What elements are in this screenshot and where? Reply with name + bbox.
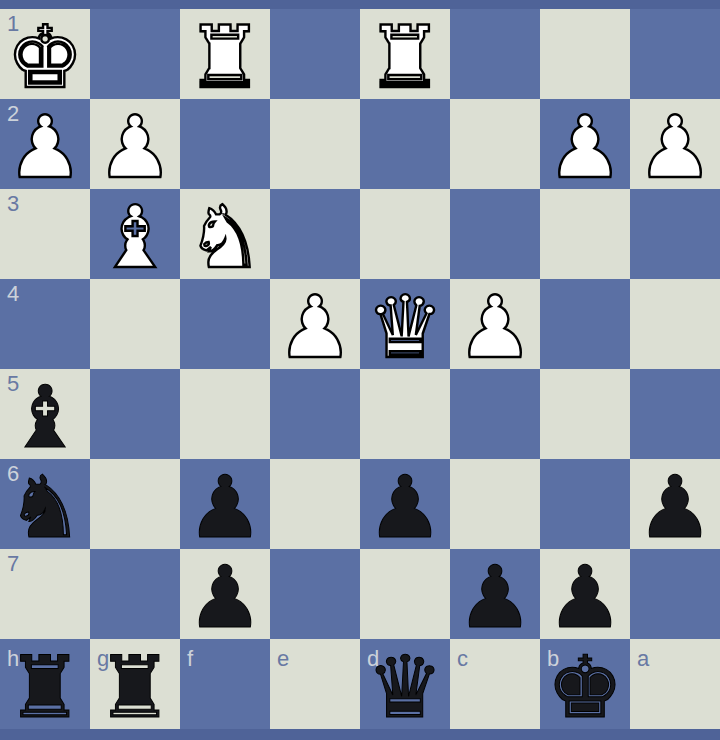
square-b4[interactable] [540, 279, 630, 369]
square-e6[interactable] [270, 459, 360, 549]
square-f3[interactable]: ♞ [180, 189, 270, 279]
square-e4[interactable]: ♟ [270, 279, 360, 369]
black-pawn-piece: ♟ [366, 462, 443, 552]
square-a6[interactable]: ♟ [630, 459, 720, 549]
white-bishop-piece: ♝ [96, 192, 173, 282]
square-e7[interactable] [270, 549, 360, 639]
white-rook-piece: ♜ [366, 12, 443, 102]
square-b1[interactable] [540, 9, 630, 99]
square-g3[interactable]: ♝ [90, 189, 180, 279]
square-b7[interactable]: ♟ [540, 549, 630, 639]
square-c8[interactable]: c [450, 639, 540, 729]
square-d3[interactable] [360, 189, 450, 279]
square-g7[interactable] [90, 549, 180, 639]
square-a7[interactable] [630, 549, 720, 639]
square-a4[interactable] [630, 279, 720, 369]
black-pawn-piece: ♟ [546, 552, 623, 642]
square-b3[interactable] [540, 189, 630, 279]
white-knight-piece: ♞ [186, 192, 263, 282]
white-pawn-piece: ♟ [276, 282, 353, 372]
square-g5[interactable] [90, 369, 180, 459]
square-f2[interactable] [180, 99, 270, 189]
black-bishop-piece: ♝ [6, 372, 83, 462]
square-h6[interactable]: 6♞ [0, 459, 90, 549]
square-g1[interactable] [90, 9, 180, 99]
square-c3[interactable] [450, 189, 540, 279]
square-e1[interactable] [270, 9, 360, 99]
square-a1[interactable] [630, 9, 720, 99]
rank-label-7: 7 [7, 553, 19, 575]
square-f4[interactable] [180, 279, 270, 369]
square-d8[interactable]: d♛ [360, 639, 450, 729]
top-frame-strip [0, 0, 720, 9]
square-f6[interactable]: ♟ [180, 459, 270, 549]
white-rook-piece: ♜ [186, 12, 263, 102]
black-pawn-piece: ♟ [186, 552, 263, 642]
square-e3[interactable] [270, 189, 360, 279]
black-pawn-piece: ♟ [456, 552, 533, 642]
square-h5[interactable]: 5♝ [0, 369, 90, 459]
square-h2[interactable]: 2♟ [0, 99, 90, 189]
white-pawn-piece: ♟ [546, 102, 623, 192]
square-d2[interactable] [360, 99, 450, 189]
square-e5[interactable] [270, 369, 360, 459]
square-h7[interactable]: 7 [0, 549, 90, 639]
square-c4[interactable]: ♟ [450, 279, 540, 369]
square-c1[interactable] [450, 9, 540, 99]
rank-label-3: 3 [7, 193, 19, 215]
rank-label-4: 4 [7, 283, 19, 305]
square-f7[interactable]: ♟ [180, 549, 270, 639]
black-pawn-piece: ♟ [186, 462, 263, 552]
chess-board: 1♚♜♜2♟♟♟♟3♝♞4♟♛♟5♝6♞♟♟♟7♟♟♟h♜g♜fed♛cb♚a [0, 9, 720, 729]
square-e2[interactable] [270, 99, 360, 189]
square-a5[interactable] [630, 369, 720, 459]
square-c5[interactable] [450, 369, 540, 459]
square-b8[interactable]: b♚ [540, 639, 630, 729]
square-c2[interactable] [450, 99, 540, 189]
square-b2[interactable]: ♟ [540, 99, 630, 189]
square-d1[interactable]: ♜ [360, 9, 450, 99]
square-h1[interactable]: 1♚ [0, 9, 90, 99]
square-f8[interactable]: f [180, 639, 270, 729]
square-b5[interactable] [540, 369, 630, 459]
square-e8[interactable]: e [270, 639, 360, 729]
square-f1[interactable]: ♜ [180, 9, 270, 99]
white-pawn-piece: ♟ [456, 282, 533, 372]
file-label-c: c [457, 648, 468, 670]
square-a8[interactable]: a [630, 639, 720, 729]
square-a2[interactable]: ♟ [630, 99, 720, 189]
square-d6[interactable]: ♟ [360, 459, 450, 549]
square-f5[interactable] [180, 369, 270, 459]
square-h4[interactable]: 4 [0, 279, 90, 369]
square-g6[interactable] [90, 459, 180, 549]
square-d4[interactable]: ♛ [360, 279, 450, 369]
square-c7[interactable]: ♟ [450, 549, 540, 639]
white-pawn-piece: ♟ [636, 102, 713, 192]
white-pawn-piece: ♟ [96, 102, 173, 192]
square-b6[interactable] [540, 459, 630, 549]
square-g8[interactable]: g♜ [90, 639, 180, 729]
file-label-f: f [187, 648, 193, 670]
square-g2[interactable]: ♟ [90, 99, 180, 189]
square-c6[interactable] [450, 459, 540, 549]
black-rook-piece: ♜ [6, 642, 83, 732]
black-knight-piece: ♞ [6, 462, 83, 552]
black-pawn-piece: ♟ [636, 462, 713, 552]
white-king-piece: ♚ [6, 12, 83, 102]
square-h3[interactable]: 3 [0, 189, 90, 279]
file-label-a: a [637, 648, 649, 670]
black-queen-piece: ♛ [366, 642, 443, 732]
square-h8[interactable]: h♜ [0, 639, 90, 729]
black-king-piece: ♚ [546, 642, 623, 732]
square-d5[interactable] [360, 369, 450, 459]
square-d7[interactable] [360, 549, 450, 639]
white-queen-piece: ♛ [366, 282, 443, 372]
square-a3[interactable] [630, 189, 720, 279]
square-g4[interactable] [90, 279, 180, 369]
black-rook-piece: ♜ [96, 642, 173, 732]
white-pawn-piece: ♟ [6, 102, 83, 192]
file-label-e: e [277, 648, 289, 670]
